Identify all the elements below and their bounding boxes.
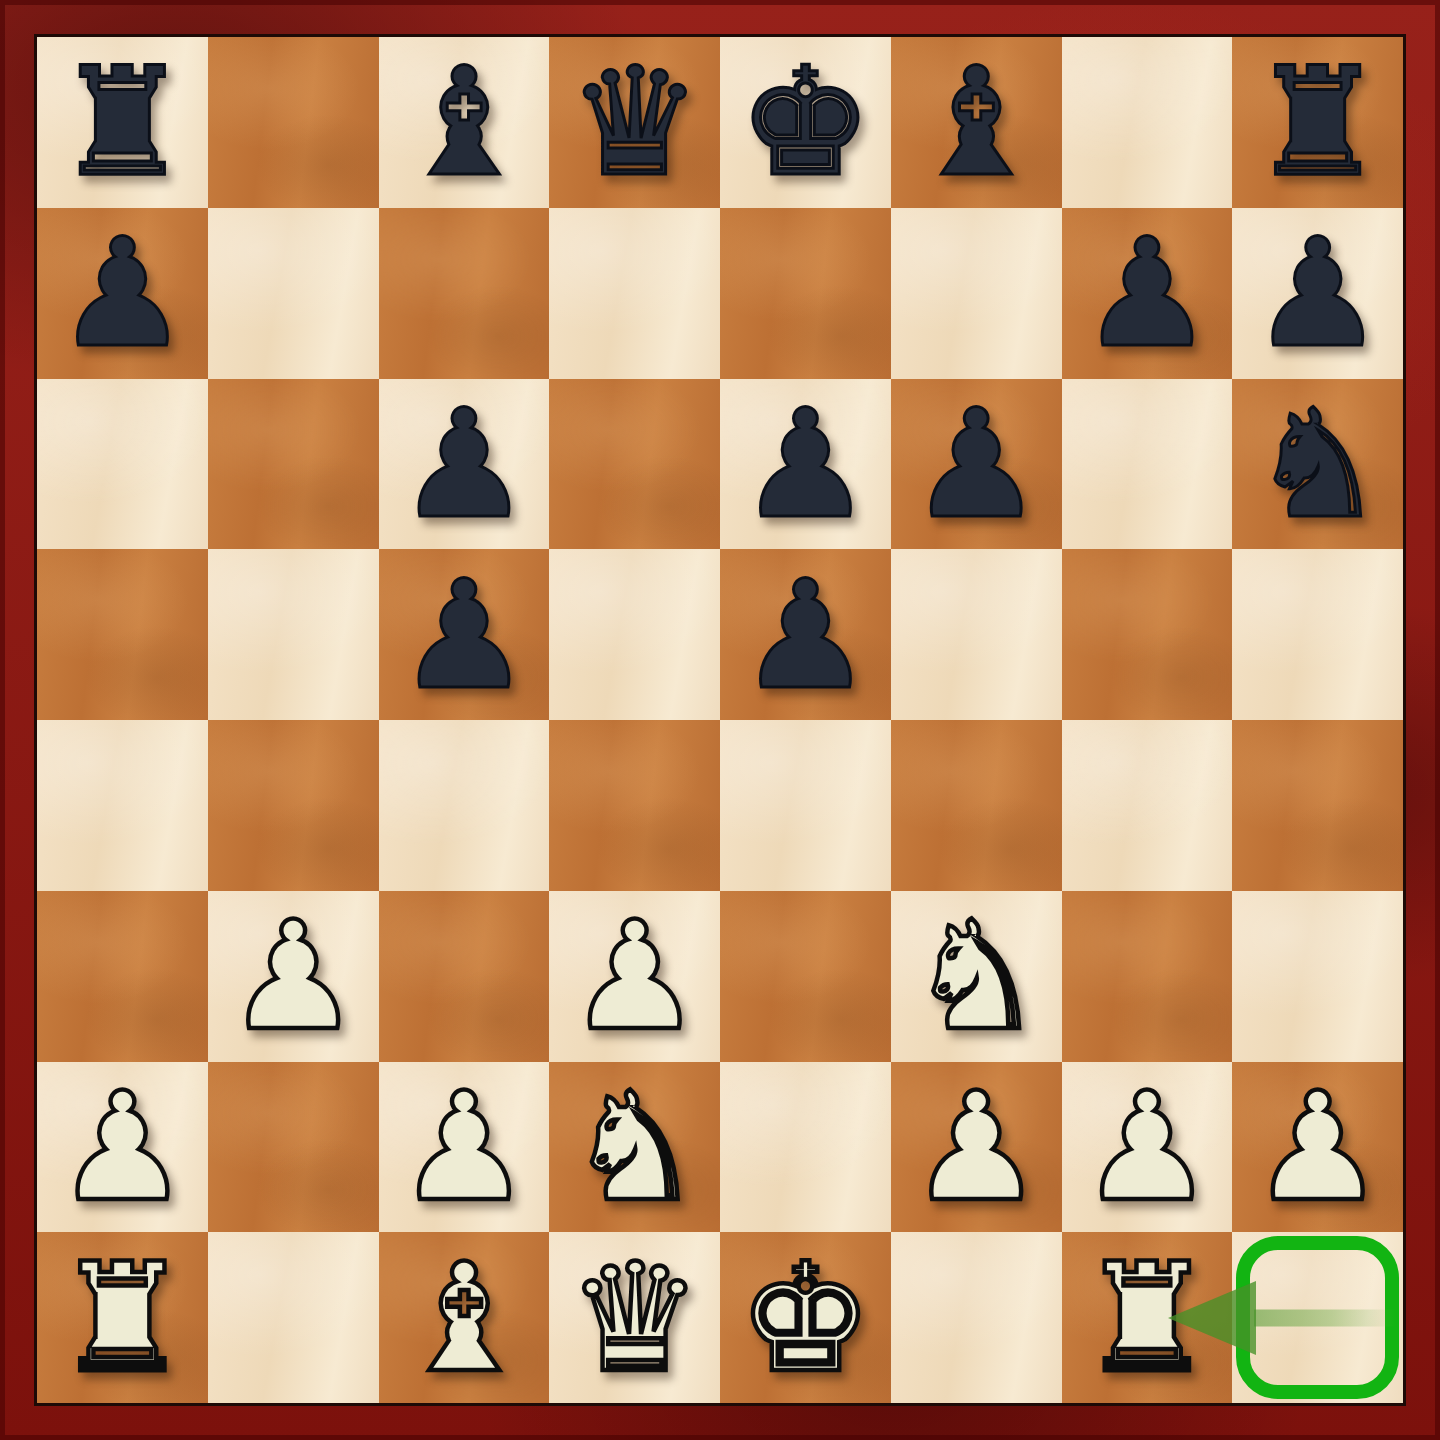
- square-e5[interactable]: ♟: [720, 549, 891, 720]
- piece-white-pawn[interactable]: ♟: [55, 1072, 189, 1222]
- square-b4[interactable]: [208, 720, 379, 891]
- square-d5[interactable]: [549, 549, 720, 720]
- square-e6[interactable]: ♟: [720, 379, 891, 550]
- piece-white-pawn[interactable]: ♟: [397, 1072, 531, 1222]
- last-move-arrow: [1232, 1232, 1403, 1403]
- square-e3[interactable]: [720, 891, 891, 1062]
- square-b2[interactable]: [208, 1062, 379, 1233]
- square-e4[interactable]: [720, 720, 891, 891]
- piece-black-pawn[interactable]: ♟: [397, 389, 531, 539]
- piece-white-rook[interactable]: ♜: [1080, 1243, 1214, 1393]
- piece-black-knight[interactable]: ♞: [1250, 389, 1384, 539]
- square-f7[interactable]: [891, 208, 1062, 379]
- square-h2[interactable]: ♟: [1232, 1062, 1403, 1233]
- square-a7[interactable]: ♟: [37, 208, 208, 379]
- square-g7[interactable]: ♟: [1062, 208, 1233, 379]
- square-a6[interactable]: [37, 379, 208, 550]
- square-a5[interactable]: [37, 549, 208, 720]
- square-d3[interactable]: ♟: [549, 891, 720, 1062]
- square-h7[interactable]: ♟: [1232, 208, 1403, 379]
- square-c1[interactable]: ♝: [379, 1232, 550, 1403]
- square-d1[interactable]: ♛: [549, 1232, 720, 1403]
- piece-black-pawn[interactable]: ♟: [55, 218, 189, 368]
- piece-black-bishop[interactable]: ♝: [397, 47, 531, 197]
- square-g1[interactable]: ♜: [1062, 1232, 1233, 1403]
- square-f5[interactable]: [891, 549, 1062, 720]
- square-h6[interactable]: ♞: [1232, 379, 1403, 550]
- piece-black-bishop[interactable]: ♝: [909, 47, 1043, 197]
- square-f2[interactable]: ♟: [891, 1062, 1062, 1233]
- piece-white-pawn[interactable]: ♟: [226, 901, 360, 1051]
- square-c2[interactable]: ♟: [379, 1062, 550, 1233]
- piece-white-bishop[interactable]: ♝: [397, 1243, 531, 1393]
- square-c5[interactable]: ♟: [379, 549, 550, 720]
- piece-black-queen[interactable]: ♛: [567, 47, 701, 197]
- square-b5[interactable]: [208, 549, 379, 720]
- square-a1[interactable]: ♜: [37, 1232, 208, 1403]
- square-a8[interactable]: ♜: [37, 37, 208, 208]
- piece-black-pawn[interactable]: ♟: [909, 389, 1043, 539]
- chess-board: ♜♝♛♚♝♜♟♟♟♟♟♟♞♟♟♟♟♞♟♟♞♟♟♟♜♝♛♚♜: [34, 34, 1406, 1406]
- piece-black-king[interactable]: ♚: [738, 47, 872, 197]
- board-frame: ♜♝♛♚♝♜♟♟♟♟♟♟♞♟♟♟♟♞♟♟♞♟♟♟♜♝♛♚♜: [0, 0, 1440, 1440]
- square-c3[interactable]: [379, 891, 550, 1062]
- piece-black-pawn[interactable]: ♟: [1080, 218, 1214, 368]
- square-c7[interactable]: [379, 208, 550, 379]
- square-e7[interactable]: [720, 208, 891, 379]
- square-h1[interactable]: [1232, 1232, 1403, 1403]
- square-e2[interactable]: [720, 1062, 891, 1233]
- square-a3[interactable]: [37, 891, 208, 1062]
- square-g3[interactable]: [1062, 891, 1233, 1062]
- square-e8[interactable]: ♚: [720, 37, 891, 208]
- piece-white-pawn[interactable]: ♟: [567, 901, 701, 1051]
- square-b1[interactable]: [208, 1232, 379, 1403]
- piece-black-pawn[interactable]: ♟: [397, 560, 531, 710]
- piece-white-knight[interactable]: ♞: [567, 1072, 701, 1222]
- square-h8[interactable]: ♜: [1232, 37, 1403, 208]
- square-g6[interactable]: [1062, 379, 1233, 550]
- square-b3[interactable]: ♟: [208, 891, 379, 1062]
- piece-black-pawn[interactable]: ♟: [738, 389, 872, 539]
- square-g5[interactable]: [1062, 549, 1233, 720]
- square-g8[interactable]: [1062, 37, 1233, 208]
- square-f1[interactable]: [891, 1232, 1062, 1403]
- square-d7[interactable]: [549, 208, 720, 379]
- square-b6[interactable]: [208, 379, 379, 550]
- square-f3[interactable]: ♞: [891, 891, 1062, 1062]
- piece-white-pawn[interactable]: ♟: [909, 1072, 1043, 1222]
- square-a2[interactable]: ♟: [37, 1062, 208, 1233]
- square-e1[interactable]: ♚: [720, 1232, 891, 1403]
- square-f4[interactable]: [891, 720, 1062, 891]
- square-d8[interactable]: ♛: [549, 37, 720, 208]
- square-c6[interactable]: ♟: [379, 379, 550, 550]
- square-f8[interactable]: ♝: [891, 37, 1062, 208]
- square-d2[interactable]: ♞: [549, 1062, 720, 1233]
- square-h3[interactable]: [1232, 891, 1403, 1062]
- square-g2[interactable]: ♟: [1062, 1062, 1233, 1233]
- piece-white-rook[interactable]: ♜: [55, 1243, 189, 1393]
- square-a4[interactable]: [37, 720, 208, 891]
- piece-white-knight[interactable]: ♞: [909, 901, 1043, 1051]
- piece-white-pawn[interactable]: ♟: [1250, 1072, 1384, 1222]
- square-b8[interactable]: [208, 37, 379, 208]
- square-d6[interactable]: [549, 379, 720, 550]
- square-c8[interactable]: ♝: [379, 37, 550, 208]
- piece-white-pawn[interactable]: ♟: [1080, 1072, 1214, 1222]
- square-f6[interactable]: ♟: [891, 379, 1062, 550]
- piece-black-pawn[interactable]: ♟: [1250, 218, 1384, 368]
- piece-white-queen[interactable]: ♛: [567, 1243, 701, 1393]
- piece-black-rook[interactable]: ♜: [1250, 47, 1384, 197]
- square-h5[interactable]: [1232, 549, 1403, 720]
- square-g4[interactable]: [1062, 720, 1233, 891]
- arrow-tail: [1254, 1309, 1396, 1326]
- piece-black-pawn[interactable]: ♟: [738, 560, 872, 710]
- square-b7[interactable]: [208, 208, 379, 379]
- square-h4[interactable]: [1232, 720, 1403, 891]
- piece-white-king[interactable]: ♚: [738, 1243, 872, 1393]
- last-move-highlight: [1236, 1236, 1399, 1399]
- square-d4[interactable]: [549, 720, 720, 891]
- square-c4[interactable]: [379, 720, 550, 891]
- piece-black-rook[interactable]: ♜: [55, 47, 189, 197]
